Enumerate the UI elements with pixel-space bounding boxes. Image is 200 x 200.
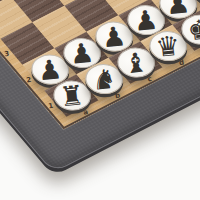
file-label-a: a <box>83 108 89 117</box>
pawn-glyph: ♟ <box>132 5 159 34</box>
file-label-b: b <box>115 91 121 100</box>
file-label-c: c <box>147 75 152 84</box>
photo-scene: ♜♞♝♛♚♝♞♜♟♟♟♟♟♟♟♟♟♟♟♟♟♟♟♟♜♞♝♛♚♝♞♜ 123abcd… <box>0 0 200 200</box>
chess-board: ♜♞♝♛♚♝♞♜♟♟♟♟♟♟♟♟♟♟♟♟♟♟♟♟♜♞♝♛♚♝♞♜ <box>0 0 200 117</box>
chess-case-frame: ♜♞♝♛♚♝♞♜♟♟♟♟♟♟♟♟♟♟♟♟♟♟♟♟♜♞♝♛♚♝♞♜ 123abcd… <box>0 0 200 173</box>
rank-label-3: 3 <box>4 50 10 59</box>
knight-glyph: ♞ <box>90 64 117 93</box>
rank-label-1: 1 <box>48 102 54 111</box>
rank-label-2: 2 <box>26 76 32 85</box>
queen-glyph: ♛ <box>154 31 181 60</box>
pawn-glyph: ♟ <box>100 22 127 51</box>
king-glyph: ♚ <box>186 15 200 44</box>
bishop-glyph: ♝ <box>122 48 149 77</box>
file-label-d: d <box>178 58 184 67</box>
rook-glyph: ♜ <box>58 81 85 110</box>
pawn-glyph: ♟ <box>36 55 63 84</box>
pawn-glyph: ♟ <box>68 38 95 67</box>
board-coordinate-border: ♜♞♝♛♚♝♞♜♟♟♟♟♟♟♟♟♟♟♟♟♟♟♟♟♜♞♝♛♚♝♞♜ 123abcd… <box>0 0 200 129</box>
